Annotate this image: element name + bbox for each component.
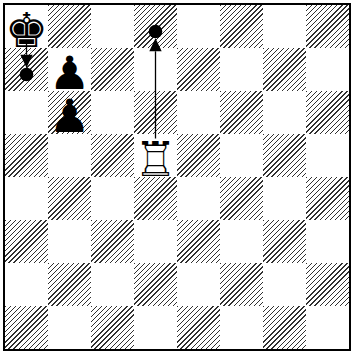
square-c7[interactable]: [91, 48, 134, 91]
square-h5[interactable]: [306, 134, 349, 177]
square-f8[interactable]: [220, 5, 263, 48]
square-e3[interactable]: [177, 220, 220, 263]
square-c6[interactable]: [91, 91, 134, 134]
square-h6[interactable]: [306, 91, 349, 134]
square-f7[interactable]: [220, 48, 263, 91]
square-f2[interactable]: [220, 263, 263, 306]
square-d6[interactable]: [134, 91, 177, 134]
square-c5[interactable]: [91, 134, 134, 177]
white-rook[interactable]: ♖: [134, 137, 177, 180]
square-b2[interactable]: [48, 263, 91, 306]
square-e2[interactable]: [177, 263, 220, 306]
black-pawn[interactable]: ♟: [48, 94, 91, 137]
square-e5[interactable]: [177, 134, 220, 177]
square-c8[interactable]: [91, 5, 134, 48]
square-e8[interactable]: [177, 5, 220, 48]
square-f3[interactable]: [220, 220, 263, 263]
square-d7[interactable]: [134, 48, 177, 91]
square-c4[interactable]: [91, 177, 134, 220]
square-d8[interactable]: [134, 5, 177, 48]
square-g1[interactable]: [263, 306, 306, 349]
square-b3[interactable]: [48, 220, 91, 263]
chess-diagram: ♚♟♟♖: [3, 3, 351, 351]
square-d2[interactable]: [134, 263, 177, 306]
board-frame: ♚♟♟♖: [3, 3, 351, 351]
square-g8[interactable]: [263, 5, 306, 48]
square-a1[interactable]: [5, 306, 48, 349]
square-h1[interactable]: [306, 306, 349, 349]
square-b1[interactable]: [48, 306, 91, 349]
square-g2[interactable]: [263, 263, 306, 306]
square-c2[interactable]: [91, 263, 134, 306]
square-e6[interactable]: [177, 91, 220, 134]
square-h8[interactable]: [306, 5, 349, 48]
black-pawn[interactable]: ♟: [48, 51, 91, 94]
square-f6[interactable]: [220, 91, 263, 134]
square-h4[interactable]: [306, 177, 349, 220]
square-h7[interactable]: [306, 48, 349, 91]
square-a5[interactable]: [5, 134, 48, 177]
square-e4[interactable]: [177, 177, 220, 220]
black-king[interactable]: ♚: [5, 8, 48, 51]
square-c3[interactable]: [91, 220, 134, 263]
square-g7[interactable]: [263, 48, 306, 91]
square-h3[interactable]: [306, 220, 349, 263]
square-g3[interactable]: [263, 220, 306, 263]
square-d1[interactable]: [134, 306, 177, 349]
square-d3[interactable]: [134, 220, 177, 263]
square-a3[interactable]: [5, 220, 48, 263]
square-b4[interactable]: [48, 177, 91, 220]
square-a2[interactable]: [5, 263, 48, 306]
square-f4[interactable]: [220, 177, 263, 220]
square-f5[interactable]: [220, 134, 263, 177]
square-e7[interactable]: [177, 48, 220, 91]
square-h2[interactable]: [306, 263, 349, 306]
square-a6[interactable]: [5, 91, 48, 134]
square-e1[interactable]: [177, 306, 220, 349]
square-c1[interactable]: [91, 306, 134, 349]
square-g5[interactable]: [263, 134, 306, 177]
square-f1[interactable]: [220, 306, 263, 349]
square-b8[interactable]: [48, 5, 91, 48]
square-g6[interactable]: [263, 91, 306, 134]
square-g4[interactable]: [263, 177, 306, 220]
square-a4[interactable]: [5, 177, 48, 220]
